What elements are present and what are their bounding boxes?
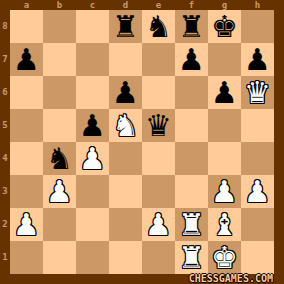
square-d7 — [109, 43, 142, 76]
square-h8 — [241, 10, 274, 43]
square-b6 — [43, 76, 76, 109]
rank-label-4: 4 — [0, 142, 10, 175]
square-b8 — [43, 10, 76, 43]
square-a5 — [10, 109, 43, 142]
square-c4: ♟ — [76, 142, 109, 175]
square-e2: ♟ — [142, 208, 175, 241]
square-g8: ♚ — [208, 10, 241, 43]
square-b4: ♞ — [43, 142, 76, 175]
rank-label-5: 5 — [0, 109, 10, 142]
square-d5: ♞ — [109, 109, 142, 142]
black-king: ♚ — [211, 10, 238, 43]
white-queen: ♛ — [244, 76, 271, 109]
square-f1: ♜ — [175, 241, 208, 274]
square-c1 — [76, 241, 109, 274]
rank-label-2: 2 — [0, 208, 10, 241]
square-f4 — [175, 142, 208, 175]
square-b5 — [43, 109, 76, 142]
black-pawn: ♟ — [178, 43, 205, 76]
square-e8: ♞ — [142, 10, 175, 43]
square-h2 — [241, 208, 274, 241]
black-queen: ♛ — [145, 109, 172, 142]
square-c3 — [76, 175, 109, 208]
square-h4 — [241, 142, 274, 175]
black-pawn: ♟ — [211, 76, 238, 109]
rank-label-8: 8 — [0, 10, 10, 43]
square-h6: ♛ — [241, 76, 274, 109]
square-d6: ♟ — [109, 76, 142, 109]
square-d3 — [109, 175, 142, 208]
square-d2 — [109, 208, 142, 241]
square-d4 — [109, 142, 142, 175]
board: ♜♞♜♚♟♟♟♟♟♛♟♞♛♞♟♟♟♟♟♟♜♝♜♚ — [10, 10, 274, 274]
square-b3: ♟ — [43, 175, 76, 208]
square-h7: ♟ — [241, 43, 274, 76]
square-g1: ♚ — [208, 241, 241, 274]
square-c5: ♟ — [76, 109, 109, 142]
square-h1 — [241, 241, 274, 274]
square-e3 — [142, 175, 175, 208]
square-g7 — [208, 43, 241, 76]
square-e7 — [142, 43, 175, 76]
square-e1 — [142, 241, 175, 274]
rank-labels: 87654321 — [0, 10, 10, 274]
square-h5 — [241, 109, 274, 142]
white-pawn: ♟ — [145, 208, 172, 241]
square-f7: ♟ — [175, 43, 208, 76]
square-a4 — [10, 142, 43, 175]
square-a2: ♟ — [10, 208, 43, 241]
square-e4 — [142, 142, 175, 175]
white-pawn: ♟ — [211, 175, 238, 208]
black-pawn: ♟ — [79, 109, 106, 142]
black-rook: ♜ — [112, 10, 139, 43]
white-rook: ♜ — [178, 241, 205, 274]
black-pawn: ♟ — [244, 43, 271, 76]
square-a8 — [10, 10, 43, 43]
square-b1 — [43, 241, 76, 274]
square-e6 — [142, 76, 175, 109]
square-f5 — [175, 109, 208, 142]
white-pawn: ♟ — [46, 175, 73, 208]
square-f2: ♜ — [175, 208, 208, 241]
square-h3: ♟ — [241, 175, 274, 208]
white-bishop: ♝ — [211, 208, 238, 241]
square-c7 — [76, 43, 109, 76]
black-knight: ♞ — [145, 10, 172, 43]
square-c6 — [76, 76, 109, 109]
square-g2: ♝ — [208, 208, 241, 241]
square-e5: ♛ — [142, 109, 175, 142]
square-g5 — [208, 109, 241, 142]
black-pawn: ♟ — [112, 76, 139, 109]
square-a6 — [10, 76, 43, 109]
white-pawn: ♟ — [13, 208, 40, 241]
square-f8: ♜ — [175, 10, 208, 43]
black-pawn: ♟ — [13, 43, 40, 76]
white-king: ♚ — [211, 241, 238, 274]
square-d1 — [109, 241, 142, 274]
white-rook: ♜ — [178, 208, 205, 241]
white-pawn: ♟ — [79, 142, 106, 175]
square-b7 — [43, 43, 76, 76]
square-d8: ♜ — [109, 10, 142, 43]
square-g3: ♟ — [208, 175, 241, 208]
watermark: CHESSGAMES.COM — [189, 274, 273, 284]
square-a3 — [10, 175, 43, 208]
rank-label-7: 7 — [0, 43, 10, 76]
rank-label-3: 3 — [0, 175, 10, 208]
white-knight: ♞ — [112, 109, 139, 142]
chessboard-frame: abcdefgh 87654321 ♜♞♜♚♟♟♟♟♟♛♟♞♛♞♟♟♟♟♟♟♜♝… — [0, 0, 284, 284]
rank-label-1: 1 — [0, 241, 10, 274]
square-a7: ♟ — [10, 43, 43, 76]
black-rook: ♜ — [178, 10, 205, 43]
square-f3 — [175, 175, 208, 208]
rank-label-6: 6 — [0, 76, 10, 109]
square-c2 — [76, 208, 109, 241]
square-g4 — [208, 142, 241, 175]
black-knight: ♞ — [46, 142, 73, 175]
white-pawn: ♟ — [244, 175, 271, 208]
square-b2 — [43, 208, 76, 241]
square-f6 — [175, 76, 208, 109]
square-g6: ♟ — [208, 76, 241, 109]
square-c8 — [76, 10, 109, 43]
square-a1 — [10, 241, 43, 274]
